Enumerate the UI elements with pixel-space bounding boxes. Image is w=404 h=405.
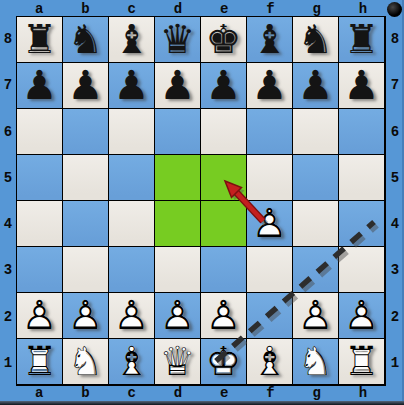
square-a5[interactable]: [17, 155, 63, 201]
square-d8[interactable]: ♛: [155, 17, 201, 63]
piece-glyph: ♞: [63, 17, 108, 62]
white-pawn-g2: ♟♙: [293, 293, 338, 338]
piece-outline: ♖: [17, 339, 62, 384]
piece-glyph: ♟: [17, 63, 62, 108]
square-g7[interactable]: ♟: [293, 63, 339, 109]
square-f1[interactable]: ♝♗: [247, 339, 293, 385]
white-queen-d1: ♛♕: [155, 339, 200, 384]
square-e4[interactable]: [201, 201, 247, 247]
white-pawn-h2: ♟♙: [339, 293, 384, 338]
piece-fill: ♟: [17, 293, 62, 338]
board: ♜♞♝♛♚♝♞♜♟♟♟♟♟♟♟♟♟♙♟♙♟♙♟♙♟♙♟♙♟♙♟♙♜♖♞♘♝♗♛♕…: [16, 16, 386, 386]
rank-label-left-8: 8: [0, 16, 16, 62]
piece-glyph: ♟: [247, 63, 292, 108]
piece-fill: ♜: [17, 339, 62, 384]
square-h8[interactable]: ♜: [339, 17, 385, 63]
square-c3[interactable]: [109, 247, 155, 293]
window-bottom-edge: [0, 401, 404, 405]
square-c7[interactable]: ♟: [109, 63, 155, 109]
square-d2[interactable]: ♟♙: [155, 293, 201, 339]
file-label-bottom-a: a: [16, 385, 62, 401]
square-c5[interactable]: [109, 155, 155, 201]
square-f7[interactable]: ♟: [247, 63, 293, 109]
file-label-bottom-b: b: [62, 385, 108, 401]
white-knight-g1: ♞♘: [293, 339, 338, 384]
file-label-top-c: c: [109, 0, 155, 17]
square-f6[interactable]: [247, 109, 293, 155]
square-b5[interactable]: [63, 155, 109, 201]
chess-board-frame: abcdefgh abcdefgh 87654321 87654321 ♜♞♝♛…: [0, 0, 404, 405]
square-a1[interactable]: ♜♖: [17, 339, 63, 385]
square-f2[interactable]: [247, 293, 293, 339]
piece-glyph: ♟: [293, 63, 338, 108]
piece-glyph: ♝: [247, 17, 292, 62]
square-e7[interactable]: ♟: [201, 63, 247, 109]
white-pawn-d2: ♟♙: [155, 293, 200, 338]
black-knight-b8: ♞: [63, 17, 108, 62]
file-label-bottom-f: f: [247, 385, 293, 401]
file-label-top-d: d: [155, 0, 201, 17]
white-rook-a1: ♜♖: [17, 339, 62, 384]
black-king-e8: ♚: [201, 17, 246, 62]
piece-glyph: ♞: [293, 17, 338, 62]
piece-outline: ♙: [17, 293, 62, 338]
square-g6[interactable]: [293, 109, 339, 155]
square-h1[interactable]: ♜♖: [339, 339, 385, 385]
square-h4[interactable]: [339, 201, 385, 247]
piece-outline: ♘: [293, 339, 338, 384]
square-d4[interactable]: [155, 201, 201, 247]
white-pawn-f4: ♟♙: [247, 201, 292, 246]
piece-outline: ♙: [293, 293, 338, 338]
white-bishop-f1: ♝♗: [247, 339, 292, 384]
square-c4[interactable]: [109, 201, 155, 247]
square-g5[interactable]: [293, 155, 339, 201]
square-a6[interactable]: [17, 109, 63, 155]
piece-outline: ♔: [201, 339, 246, 384]
piece-fill: ♜: [339, 339, 384, 384]
black-pawn-e7: ♟: [201, 63, 246, 108]
piece-outline: ♖: [339, 339, 384, 384]
black-bishop-c8: ♝: [109, 17, 154, 62]
rank-labels-left: 87654321: [0, 16, 16, 386]
file-label-top-a: a: [16, 0, 62, 17]
square-e3[interactable]: [201, 247, 247, 293]
square-h3[interactable]: [339, 247, 385, 293]
rank-label-left-4: 4: [0, 201, 16, 247]
square-b6[interactable]: [63, 109, 109, 155]
piece-glyph: ♟: [339, 63, 384, 108]
piece-outline: ♙: [109, 293, 154, 338]
square-e1[interactable]: ♚♔: [201, 339, 247, 385]
piece-glyph: ♚: [201, 17, 246, 62]
square-d6[interactable]: [155, 109, 201, 155]
piece-fill: ♟: [109, 293, 154, 338]
square-b3[interactable]: [63, 247, 109, 293]
file-label-bottom-g: g: [294, 385, 340, 401]
square-b1[interactable]: ♞♘: [63, 339, 109, 385]
piece-outline: ♕: [155, 339, 200, 384]
file-label-bottom-h: h: [340, 385, 386, 401]
file-label-bottom-d: d: [155, 385, 201, 401]
piece-glyph: ♟: [155, 63, 200, 108]
file-labels-top: abcdefgh: [16, 0, 386, 17]
square-g4[interactable]: [293, 201, 339, 247]
rank-label-left-1: 1: [0, 340, 16, 386]
square-h5[interactable]: [339, 155, 385, 201]
square-a3[interactable]: [17, 247, 63, 293]
square-a7[interactable]: ♟: [17, 63, 63, 109]
black-pawn-f7: ♟: [247, 63, 292, 108]
rank-label-left-3: 3: [0, 247, 16, 293]
white-pawn-b2: ♟♙: [63, 293, 108, 338]
piece-glyph: ♜: [339, 17, 384, 62]
white-knight-b1: ♞♘: [63, 339, 108, 384]
black-rook-a8: ♜: [17, 17, 62, 62]
white-rook-h1: ♜♖: [339, 339, 384, 384]
piece-glyph: ♟: [201, 63, 246, 108]
black-bishop-f8: ♝: [247, 17, 292, 62]
piece-glyph: ♛: [155, 17, 200, 62]
piece-fill: ♟: [339, 293, 384, 338]
square-e8[interactable]: ♚: [201, 17, 247, 63]
black-pawn-d7: ♟: [155, 63, 200, 108]
square-f5[interactable]: [247, 155, 293, 201]
square-h6[interactable]: [339, 109, 385, 155]
black-queen-d8: ♛: [155, 17, 200, 62]
square-c8[interactable]: ♝: [109, 17, 155, 63]
black-pawn-a7: ♟: [17, 63, 62, 108]
piece-glyph: ♝: [109, 17, 154, 62]
file-label-bottom-c: c: [109, 385, 155, 401]
square-e2[interactable]: ♟♙: [201, 293, 247, 339]
square-c2[interactable]: ♟♙: [109, 293, 155, 339]
piece-outline: ♗: [109, 339, 154, 384]
piece-fill: ♝: [247, 339, 292, 384]
black-knight-g8: ♞: [293, 17, 338, 62]
rank-label-left-5: 5: [0, 155, 16, 201]
piece-outline: ♙: [201, 293, 246, 338]
piece-fill: ♟: [63, 293, 108, 338]
square-e6[interactable]: [201, 109, 247, 155]
black-pawn-g7: ♟: [293, 63, 338, 108]
piece-fill: ♟: [293, 293, 338, 338]
piece-fill: ♟: [155, 293, 200, 338]
square-f3[interactable]: [247, 247, 293, 293]
piece-outline: ♘: [63, 339, 108, 384]
square-d1[interactable]: ♛♕: [155, 339, 201, 385]
rank-label-left-7: 7: [0, 62, 16, 108]
file-labels-bottom: abcdefgh: [16, 385, 386, 401]
square-h2[interactable]: ♟♙: [339, 293, 385, 339]
square-g1[interactable]: ♞♘: [293, 339, 339, 385]
square-a8[interactable]: ♜: [17, 17, 63, 63]
square-h7[interactable]: ♟: [339, 63, 385, 109]
square-d5[interactable]: [155, 155, 201, 201]
file-label-top-g: g: [294, 0, 340, 17]
file-label-top-h: h: [340, 0, 386, 17]
rank-label-left-2: 2: [0, 294, 16, 340]
square-b7[interactable]: ♟: [63, 63, 109, 109]
white-pawn-c2: ♟♙: [109, 293, 154, 338]
black-to-move-indicator-icon: [387, 2, 402, 17]
square-a4[interactable]: [17, 201, 63, 247]
piece-glyph: ♟: [109, 63, 154, 108]
square-b2[interactable]: ♟♙: [63, 293, 109, 339]
square-c1[interactable]: ♝♗: [109, 339, 155, 385]
white-pawn-e2: ♟♙: [201, 293, 246, 338]
piece-glyph: ♟: [63, 63, 108, 108]
black-pawn-h7: ♟: [339, 63, 384, 108]
piece-fill: ♞: [293, 339, 338, 384]
white-bishop-c1: ♝♗: [109, 339, 154, 384]
piece-outline: ♙: [63, 293, 108, 338]
black-pawn-b7: ♟: [63, 63, 108, 108]
square-c6[interactable]: [109, 109, 155, 155]
piece-fill: ♛: [155, 339, 200, 384]
piece-fill: ♟: [201, 293, 246, 338]
piece-fill: ♞: [63, 339, 108, 384]
file-label-top-e: e: [201, 0, 247, 17]
square-f8[interactable]: ♝: [247, 17, 293, 63]
piece-outline: ♙: [247, 201, 292, 246]
square-a2[interactable]: ♟♙: [17, 293, 63, 339]
square-g8[interactable]: ♞: [293, 17, 339, 63]
square-g2[interactable]: ♟♙: [293, 293, 339, 339]
black-pawn-c7: ♟: [109, 63, 154, 108]
black-rook-h8: ♜: [339, 17, 384, 62]
piece-outline: ♙: [339, 293, 384, 338]
file-label-top-b: b: [62, 0, 108, 17]
rank-label-left-6: 6: [0, 109, 16, 155]
white-king-e1: ♚♔: [201, 339, 246, 384]
square-d7[interactable]: ♟: [155, 63, 201, 109]
piece-glyph: ♜: [17, 17, 62, 62]
square-g3[interactable]: [293, 247, 339, 293]
square-b4[interactable]: [63, 201, 109, 247]
piece-fill: ♝: [109, 339, 154, 384]
piece-fill: ♚: [201, 339, 246, 384]
white-pawn-a2: ♟♙: [17, 293, 62, 338]
square-f4[interactable]: ♟♙: [247, 201, 293, 247]
square-e5[interactable]: [201, 155, 247, 201]
file-label-top-f: f: [247, 0, 293, 17]
piece-outline: ♗: [247, 339, 292, 384]
piece-fill: ♟: [247, 201, 292, 246]
piece-outline: ♙: [155, 293, 200, 338]
square-d3[interactable]: [155, 247, 201, 293]
square-b8[interactable]: ♞: [63, 17, 109, 63]
file-label-bottom-e: e: [201, 385, 247, 401]
